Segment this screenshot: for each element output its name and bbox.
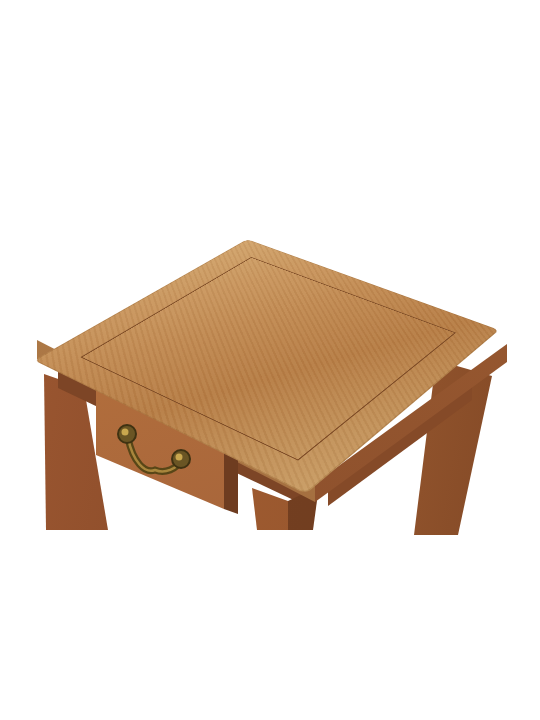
tabletop: [34, 239, 499, 494]
board-stage: [0, 0, 540, 720]
chessboard: [82, 258, 454, 460]
chess-table-scene: [0, 0, 540, 720]
product-photo-chess-table: { "game": "chess", "scene": "wooden ches…: [0, 0, 540, 720]
board-scaler: [76, 99, 465, 617]
